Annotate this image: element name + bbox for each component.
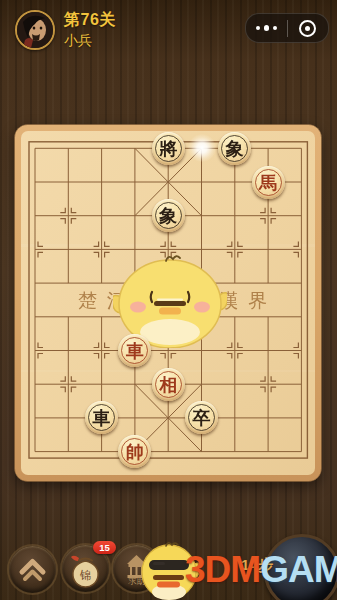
bag-char: 锦 — [79, 569, 91, 582]
river-label-right: 漢界 — [219, 289, 277, 311]
watermark-right: GAME — [260, 549, 337, 590]
player-avatar[interactable] — [15, 10, 55, 50]
double-chevron-up-icon — [9, 546, 56, 593]
piece-black-象[interactable]: 象 — [218, 132, 251, 165]
piece-red-馬[interactable]: 馬 — [252, 166, 285, 199]
expand-button[interactable] — [9, 546, 56, 593]
move-highlight-dot — [188, 134, 216, 162]
watermark-left: 3DM — [185, 549, 260, 590]
xiangqi-board[interactable]: 楚河 漢界 將象馬象車相車卒帥 — [14, 124, 322, 482]
level-title: 第76关 — [64, 10, 116, 31]
app-screen: 第76关 小兵 — [0, 0, 337, 600]
miniprogram-capsule — [245, 13, 329, 43]
close-button[interactable] — [288, 14, 329, 42]
avatar-portrait — [17, 12, 53, 48]
circle-dot-icon — [299, 20, 316, 37]
piece-red-相[interactable]: 相 — [152, 368, 185, 401]
level-subtitle: 小兵 — [64, 32, 92, 50]
tip-bag-button[interactable]: 锦 15 — [62, 545, 109, 592]
more-button[interactable] — [246, 14, 287, 42]
piece-black-象[interactable]: 象 — [152, 199, 185, 232]
watermark: 3DMGAME — [185, 551, 337, 588]
piece-black-將[interactable]: 將 — [152, 132, 185, 165]
